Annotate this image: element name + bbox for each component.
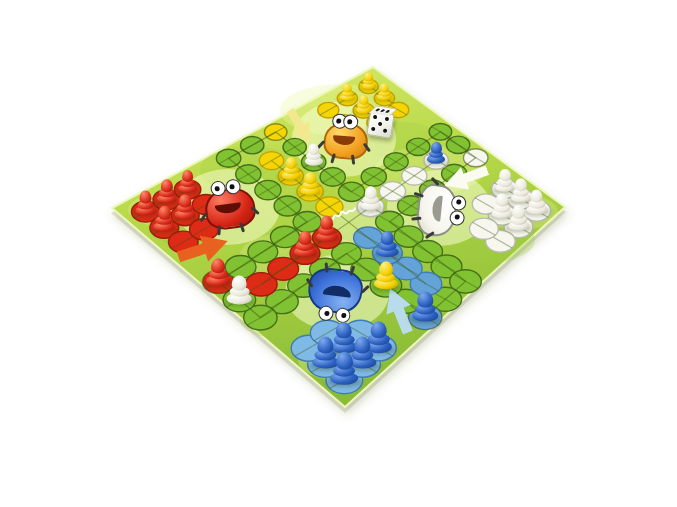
- yellow-pawn[interactable]: [361, 71, 375, 89]
- die-pip: [371, 127, 376, 132]
- red-pawn[interactable]: [175, 192, 196, 219]
- red-monster: [203, 186, 253, 227]
- die-pip: [385, 117, 390, 122]
- red-pawn[interactable]: [316, 214, 338, 242]
- yellow-pawn[interactable]: [281, 155, 300, 180]
- yellow-monster: [323, 122, 365, 157]
- white-pawn[interactable]: [305, 142, 323, 166]
- white-monster: [419, 182, 459, 233]
- blue-pawn[interactable]: [412, 289, 437, 322]
- die-pip: [373, 115, 378, 120]
- red-pawn[interactable]: [156, 177, 176, 203]
- red-pawn[interactable]: [294, 228, 317, 257]
- ludo-board-photo: [0, 0, 677, 507]
- board-surface: [0, 0, 677, 507]
- yellow-pawn[interactable]: [300, 170, 320, 195]
- blue-monster: [310, 270, 365, 316]
- blue-pawn[interactable]: [376, 228, 399, 257]
- die-pip: [378, 122, 383, 127]
- red-pawn[interactable]: [153, 203, 175, 231]
- white-pawn[interactable]: [227, 272, 252, 304]
- red-pawn[interactable]: [178, 167, 198, 193]
- yellow-pawn[interactable]: [340, 82, 355, 101]
- blue-pawn[interactable]: [330, 349, 358, 385]
- yellow-pawn[interactable]: [374, 259, 398, 290]
- blue-pawn[interactable]: [427, 140, 445, 164]
- white-pawn[interactable]: [508, 203, 530, 231]
- white-pawn[interactable]: [360, 184, 380, 210]
- die-pip: [383, 129, 388, 134]
- yellow-pawn[interactable]: [377, 82, 392, 101]
- die[interactable]: [366, 110, 395, 139]
